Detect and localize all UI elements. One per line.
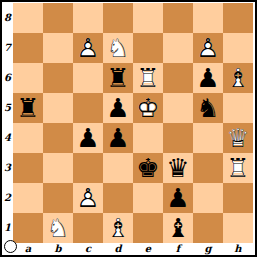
rank-label-4: 4	[2, 123, 13, 153]
chess-diagram: 8 7 6 5 4 3 2 1 ♟♙♞♘♟♙♜♜♖♟♝♗♜♟♚♔♞♟♟♛♕♚♛♜…	[0, 0, 257, 257]
square-f7[interactable]	[163, 33, 193, 63]
square-c7[interactable]: ♟♙	[73, 33, 103, 63]
rank-label-3: 3	[2, 153, 13, 183]
square-d5[interactable]: ♟	[103, 93, 133, 123]
square-a8[interactable]	[13, 3, 43, 33]
square-g5[interactable]: ♞	[193, 93, 223, 123]
square-f5[interactable]	[163, 93, 193, 123]
square-f4[interactable]	[163, 123, 193, 153]
square-b1[interactable]: ♞♘	[43, 213, 73, 243]
piece-white-knight: ♘	[43, 213, 73, 243]
rank-label-7: 7	[2, 33, 13, 63]
piece-black-queen: ♛	[163, 153, 193, 183]
piece-white-pawn: ♙	[73, 33, 103, 63]
square-h5[interactable]	[223, 93, 253, 123]
square-a7[interactable]	[13, 33, 43, 63]
square-h6[interactable]: ♝♗	[223, 63, 253, 93]
chess-board: ♟♙♞♘♟♙♜♜♖♟♝♗♜♟♚♔♞♟♟♛♕♚♛♜♖♟♙♟♞♘♝♗♝	[13, 3, 253, 243]
square-g1[interactable]	[193, 213, 223, 243]
piece-black-pawn: ♟	[163, 183, 193, 213]
square-e2[interactable]	[133, 183, 163, 213]
piece-white-bishop: ♗	[103, 213, 133, 243]
piece-black-pawn: ♟	[193, 63, 223, 93]
square-f3[interactable]: ♛	[163, 153, 193, 183]
square-c5[interactable]	[73, 93, 103, 123]
square-d6[interactable]: ♜	[103, 63, 133, 93]
square-b3[interactable]	[43, 153, 73, 183]
square-e6[interactable]: ♜♖	[133, 63, 163, 93]
rank-label-6: 6	[2, 63, 13, 93]
square-e8[interactable]	[133, 3, 163, 33]
square-e7[interactable]	[133, 33, 163, 63]
square-h8[interactable]	[223, 3, 253, 33]
square-a2[interactable]	[13, 183, 43, 213]
piece-black-king: ♚	[133, 153, 163, 183]
rank-label-2: 2	[2, 183, 13, 213]
piece-white-king: ♔	[133, 93, 163, 123]
piece-white-rook: ♖	[133, 63, 163, 93]
square-a3[interactable]	[13, 153, 43, 183]
square-e1[interactable]	[133, 213, 163, 243]
file-label-f: f	[163, 243, 193, 255]
square-c1[interactable]	[73, 213, 103, 243]
square-g7[interactable]: ♟♙	[193, 33, 223, 63]
piece-black-pawn: ♟	[103, 93, 133, 123]
piece-white-queen: ♕	[223, 123, 253, 153]
square-g4[interactable]	[193, 123, 223, 153]
square-b4[interactable]	[43, 123, 73, 153]
square-h2[interactable]	[223, 183, 253, 213]
file-label-c: c	[73, 243, 103, 255]
file-label-g: g	[193, 243, 223, 255]
piece-white-pawn: ♙	[193, 33, 223, 63]
square-h3[interactable]: ♜♖	[223, 153, 253, 183]
file-label-e: e	[133, 243, 163, 255]
square-c8[interactable]	[73, 3, 103, 33]
square-c3[interactable]	[73, 153, 103, 183]
square-b7[interactable]	[43, 33, 73, 63]
square-h7[interactable]	[223, 33, 253, 63]
square-a6[interactable]	[13, 63, 43, 93]
square-c6[interactable]	[73, 63, 103, 93]
square-f2[interactable]: ♟	[163, 183, 193, 213]
square-d4[interactable]: ♟	[103, 123, 133, 153]
square-g2[interactable]	[193, 183, 223, 213]
square-g3[interactable]	[193, 153, 223, 183]
rank-label-8: 8	[2, 3, 13, 33]
square-a5[interactable]: ♜	[13, 93, 43, 123]
piece-black-pawn: ♟	[103, 123, 133, 153]
square-e4[interactable]	[133, 123, 163, 153]
square-a1[interactable]	[13, 213, 43, 243]
square-h1[interactable]	[223, 213, 253, 243]
piece-white-knight: ♘	[103, 33, 133, 63]
square-d1[interactable]: ♝♗	[103, 213, 133, 243]
square-c4[interactable]: ♟	[73, 123, 103, 153]
rank-label-1: 1	[2, 213, 13, 243]
rank-labels: 8 7 6 5 4 3 2 1	[2, 3, 13, 243]
piece-white-rook: ♖	[223, 153, 253, 183]
file-label-h: h	[223, 243, 253, 255]
piece-white-pawn: ♙	[73, 183, 103, 213]
square-d7[interactable]: ♞♘	[103, 33, 133, 63]
rank-label-5: 5	[2, 93, 13, 123]
piece-white-bishop: ♗	[223, 63, 253, 93]
square-d3[interactable]	[103, 153, 133, 183]
file-labels: a b c d e f g h	[13, 243, 253, 255]
piece-black-bishop: ♝	[163, 213, 193, 243]
file-label-b: b	[43, 243, 73, 255]
piece-black-rook: ♜	[13, 93, 43, 123]
file-label-a: a	[13, 243, 43, 255]
square-d8[interactable]	[103, 3, 133, 33]
square-e3[interactable]: ♚	[133, 153, 163, 183]
square-a4[interactable]	[13, 123, 43, 153]
square-b6[interactable]	[43, 63, 73, 93]
square-h4[interactable]: ♛♕	[223, 123, 253, 153]
square-c2[interactable]: ♟♙	[73, 183, 103, 213]
square-g8[interactable]	[193, 3, 223, 33]
square-f6[interactable]	[163, 63, 193, 93]
square-g6[interactable]: ♟	[193, 63, 223, 93]
piece-black-pawn: ♟	[73, 123, 103, 153]
square-b8[interactable]	[43, 3, 73, 33]
file-label-d: d	[103, 243, 133, 255]
piece-black-knight: ♞	[193, 93, 223, 123]
square-e5[interactable]: ♚♔	[133, 93, 163, 123]
square-f8[interactable]	[163, 3, 193, 33]
piece-black-rook: ♜	[103, 63, 133, 93]
square-f1[interactable]: ♝	[163, 213, 193, 243]
square-b5[interactable]	[43, 93, 73, 123]
square-d2[interactable]	[103, 183, 133, 213]
square-b2[interactable]	[43, 183, 73, 213]
